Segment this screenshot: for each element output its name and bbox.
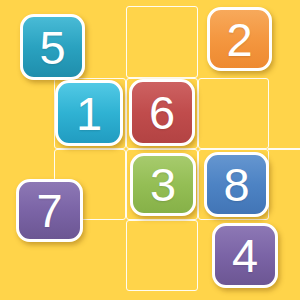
tile-value: 2 [226,16,252,63]
tile-value: 7 [36,187,62,234]
grid-line-extension [268,148,300,150]
tile-value: 8 [223,161,249,208]
tile-value: 3 [150,161,176,208]
grid-cell-r0c2[interactable] [126,6,198,78]
tile-2[interactable]: 2 [207,7,272,71]
tile-3[interactable]: 3 [130,153,196,216]
grid-cell-r1c3[interactable] [198,78,269,149]
tile-value: 6 [149,89,175,136]
tile-value: 4 [232,232,258,279]
tile-6[interactable]: 6 [129,79,195,146]
board: 5 2 1 6 3 8 7 4 [0,0,300,300]
tile-1[interactable]: 1 [55,80,123,146]
tile-4[interactable]: 4 [212,223,278,288]
tile-7[interactable]: 7 [16,179,83,242]
tile-8[interactable]: 8 [204,152,269,217]
tile-value: 1 [76,90,102,137]
grid-cell-r3c2[interactable] [126,220,198,291]
tile-value: 5 [39,24,65,71]
tile-5[interactable]: 5 [20,14,85,80]
